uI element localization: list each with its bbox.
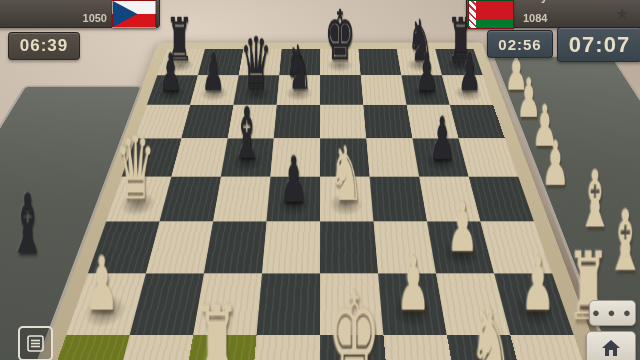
- square-a6[interactable]: [135, 105, 190, 139]
- square-a7[interactable]: ♟: [147, 75, 198, 105]
- square-f5[interactable]: [366, 138, 419, 176]
- piece-shadow: [327, 58, 354, 72]
- square-f1[interactable]: [383, 335, 460, 360]
- piece-shadow: [117, 193, 158, 216]
- square-f8[interactable]: [358, 49, 401, 75]
- square-g6[interactable]: [407, 105, 459, 139]
- player-name: Player 365: [523, 0, 582, 3]
- square-h3[interactable]: [480, 221, 552, 273]
- piece-shadow: [390, 295, 435, 328]
- square-e8[interactable]: ♚: [320, 49, 361, 75]
- piece-shadow: [276, 193, 311, 216]
- square-h4[interactable]: [469, 177, 534, 222]
- square-g2[interactable]: [436, 274, 510, 336]
- chess-board-3d: ♜♚♞♜♟♟♛♞♟♟♝♟♛♟♞♟♟♟♟♜♚♞♝♟♟♟♟♟♝♝♜: [40, 49, 600, 360]
- square-a4[interactable]: ♛: [106, 177, 171, 222]
- square-c6[interactable]: [228, 105, 277, 139]
- piece-black-bishop[interactable]: ♝: [222, 99, 271, 169]
- piece-shadow: [156, 86, 189, 101]
- piece-shadow: [329, 193, 364, 216]
- square-g1[interactable]: ♞: [447, 335, 530, 360]
- square-f4[interactable]: [370, 177, 427, 222]
- square-b8[interactable]: [198, 49, 243, 75]
- square-a3[interactable]: [88, 221, 160, 273]
- piece-white-queen[interactable]: ♛: [109, 125, 162, 212]
- piece-white-king[interactable]: ♚: [320, 276, 389, 360]
- piece-black-pawn[interactable]: ♟: [267, 149, 320, 212]
- square-a8[interactable]: ♜: [157, 49, 205, 75]
- square-b2[interactable]: [130, 274, 204, 336]
- piece-shadow: [198, 86, 229, 101]
- move-timer: 02:56: [487, 30, 553, 58]
- square-f6[interactable]: [363, 105, 412, 139]
- piece-black-queen[interactable]: ♛: [235, 28, 278, 99]
- favorite-star-icon[interactable]: ★: [616, 5, 629, 23]
- piece-white-knight[interactable]: ♞: [457, 296, 526, 360]
- opponent-rating: 1050: [83, 12, 107, 24]
- square-c1[interactable]: ♜: [180, 335, 257, 360]
- square-d6[interactable]: [274, 105, 320, 139]
- piece-shadow: [284, 86, 312, 101]
- piece-white-knight[interactable]: ♞: [320, 137, 373, 212]
- piece-black-rook[interactable]: ♜: [159, 10, 199, 70]
- piece-white-pawn[interactable]: ♟: [507, 247, 569, 322]
- square-d4[interactable]: ♟: [267, 177, 320, 222]
- more-button[interactable]: ● ● ●: [589, 300, 636, 326]
- player-clock: 07:07: [557, 27, 640, 62]
- belarus-flag-ornament: [469, 1, 476, 28]
- piece-black-king[interactable]: ♚: [320, 1, 360, 70]
- piece-white-pawn[interactable]: ♟: [434, 194, 491, 262]
- belarus-flag: [468, 0, 514, 29]
- square-c2[interactable]: [193, 274, 262, 336]
- player-rating: 1084: [523, 12, 547, 24]
- square-b6[interactable]: [181, 105, 233, 139]
- square-h5[interactable]: [459, 138, 519, 176]
- square-b7[interactable]: ♟: [190, 75, 238, 105]
- board-rim: [1, 43, 638, 360]
- piece-black-pawn[interactable]: ♟: [149, 47, 192, 98]
- piece-black-pawn[interactable]: ♟: [192, 47, 235, 98]
- square-g5[interactable]: ♟: [412, 138, 468, 176]
- square-e2[interactable]: [320, 274, 383, 336]
- piece-shadow: [510, 295, 560, 328]
- square-d3[interactable]: [262, 221, 320, 273]
- square-a2[interactable]: ♟: [66, 274, 146, 336]
- square-c4[interactable]: [213, 177, 270, 222]
- piece-shadow: [165, 58, 195, 72]
- piece-white-pawn[interactable]: ♟: [71, 247, 133, 322]
- square-b1[interactable]: [110, 335, 193, 360]
- square-d2[interactable]: [257, 274, 320, 336]
- home-button[interactable]: [586, 331, 636, 360]
- square-d1[interactable]: [250, 335, 320, 360]
- captured-black-pawn[interactable]: ♟: [0, 241, 29, 315]
- piece-black-pawn[interactable]: ♟: [448, 47, 491, 98]
- piece-shadow: [405, 58, 434, 72]
- square-d5[interactable]: [270, 138, 320, 176]
- home-icon: [601, 339, 621, 357]
- square-h7[interactable]: ♟: [442, 75, 493, 105]
- square-e6[interactable]: [320, 105, 366, 139]
- square-a5[interactable]: [122, 138, 182, 176]
- square-e5[interactable]: [320, 138, 370, 176]
- square-d8[interactable]: [279, 49, 320, 75]
- captured-white-pawn[interactable]: ♟: [530, 134, 581, 195]
- captured-white-pawn[interactable]: ♟: [506, 72, 551, 126]
- square-f7[interactable]: [361, 75, 407, 105]
- opponent-name: michaelcechu: [0, 0, 78, 3]
- piece-shadow: [423, 152, 459, 172]
- piece-black-knight[interactable]: ♞: [400, 12, 440, 69]
- piece-shadow: [230, 152, 264, 172]
- piece-shadow: [440, 240, 483, 267]
- piece-shadow: [80, 295, 130, 328]
- square-c8[interactable]: [239, 49, 282, 75]
- piece-shadow: [410, 86, 441, 101]
- piece-black-pawn[interactable]: ♟: [418, 110, 467, 169]
- square-e1[interactable]: ♚: [320, 335, 390, 360]
- square-b3[interactable]: [146, 221, 213, 273]
- captured-white-pawn[interactable]: ♟: [521, 98, 569, 155]
- square-b4[interactable]: [160, 177, 221, 222]
- square-g7[interactable]: ♟: [401, 75, 449, 105]
- square-f2[interactable]: ♟: [378, 274, 447, 336]
- czech-flag: [112, 0, 156, 28]
- piece-shadow: [444, 58, 474, 72]
- piece-shadow: [241, 86, 271, 101]
- square-e7[interactable]: [320, 75, 363, 105]
- piece-white-rook[interactable]: ♜: [183, 292, 252, 360]
- square-g4[interactable]: [419, 177, 480, 222]
- square-f3[interactable]: [373, 221, 436, 273]
- piece-white-pawn[interactable]: ♟: [382, 247, 444, 322]
- square-c7[interactable]: ♛: [233, 75, 279, 105]
- square-h6[interactable]: [450, 105, 505, 139]
- square-e3[interactable]: [320, 221, 378, 273]
- square-c3[interactable]: [204, 221, 267, 273]
- menu-button[interactable]: [18, 326, 53, 360]
- square-d7[interactable]: ♞: [277, 75, 320, 105]
- opponent-clock: 06:39: [8, 32, 80, 60]
- czech-flag-triangle: [113, 1, 155, 27]
- square-h8[interactable]: ♜: [435, 49, 483, 75]
- square-e4[interactable]: ♞: [320, 177, 373, 222]
- piece-black-pawn[interactable]: ♟: [405, 47, 448, 98]
- list-icon: [27, 335, 44, 352]
- square-h2[interactable]: ♟: [494, 274, 574, 336]
- square-g8[interactable]: ♞: [397, 49, 442, 75]
- square-c5[interactable]: ♝: [221, 138, 274, 176]
- square-b5[interactable]: [171, 138, 227, 176]
- square-g3[interactable]: ♟: [427, 221, 494, 273]
- square-a1[interactable]: [40, 335, 130, 360]
- chess-app-screen: ♜♚♞♜♟♟♛♞♟♟♝♟♛♟♞♟♟♟♟♜♚♞♝♟♟♟♟♟♝♝♜ michaelc…: [0, 0, 640, 360]
- piece-shadow: [452, 86, 485, 101]
- piece-black-knight[interactable]: ♞: [277, 38, 320, 99]
